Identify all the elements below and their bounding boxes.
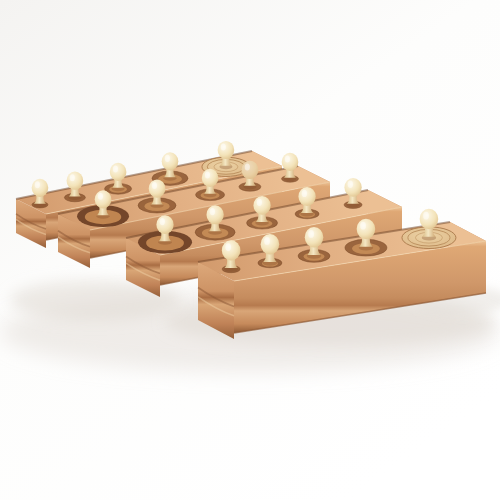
- knob-highlight: [160, 218, 165, 225]
- knob-head: [110, 163, 127, 181]
- knob-head: [344, 178, 361, 197]
- product-photo: [0, 0, 500, 500]
- cylinder-socket: [222, 240, 241, 272]
- knob-head: [305, 227, 324, 247]
- knob-head: [156, 215, 173, 234]
- knob-head: [357, 219, 376, 239]
- knob-highlight: [423, 212, 429, 220]
- knob-highlight: [257, 199, 262, 206]
- knob-head: [261, 234, 280, 254]
- knob-head: [95, 190, 112, 208]
- knob-highlight: [152, 182, 157, 189]
- knob-highlight: [35, 181, 40, 188]
- knob-highlight: [245, 163, 250, 170]
- knob-head: [206, 205, 223, 224]
- knob-head: [32, 179, 49, 197]
- knob-highlight: [264, 237, 270, 245]
- knob-head: [282, 153, 299, 171]
- scene-svg: [0, 0, 500, 500]
- knob-head: [67, 172, 84, 190]
- knob-highlight: [205, 171, 210, 178]
- knob-head: [218, 141, 235, 159]
- cylinder-socket: [32, 179, 49, 208]
- knob-highlight: [113, 165, 118, 172]
- knob-head: [162, 152, 179, 170]
- knob-highlight: [348, 181, 353, 188]
- knob-highlight: [225, 243, 231, 251]
- knob-head: [202, 169, 219, 187]
- knob-highlight: [302, 190, 307, 197]
- knob-tint: [242, 161, 259, 179]
- cylinder-socket: [282, 153, 299, 182]
- knob-highlight: [70, 174, 75, 181]
- cylinder-socket: [344, 178, 362, 209]
- knob-head: [298, 187, 315, 206]
- knob-head: [253, 196, 270, 215]
- knob-highlight: [360, 222, 366, 230]
- knob-head: [420, 209, 439, 229]
- knob-highlight: [210, 208, 215, 215]
- knob-highlight: [165, 155, 170, 162]
- knob-highlight: [285, 155, 290, 162]
- knob-highlight: [308, 230, 314, 238]
- knob-head: [149, 179, 166, 197]
- knob-highlight: [98, 193, 103, 200]
- knob-highlight: [221, 143, 226, 150]
- knob-head: [222, 240, 241, 260]
